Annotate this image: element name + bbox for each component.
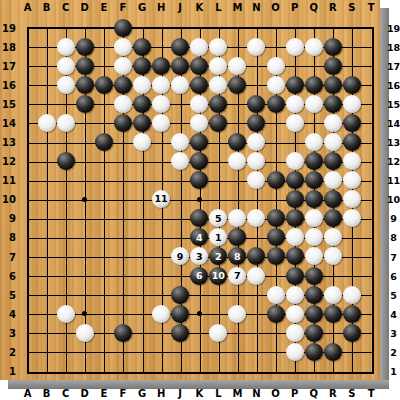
white-stone — [324, 247, 342, 265]
black-stone — [267, 247, 285, 265]
move-number: 4 — [196, 233, 203, 243]
row-label-left: 8 — [2, 232, 16, 243]
white-stone — [133, 76, 151, 94]
black-stone — [171, 57, 189, 75]
white-stone — [152, 305, 170, 323]
column-label-top: H — [157, 2, 165, 13]
hoshi-point — [197, 197, 202, 202]
row-label-right: 15 — [387, 98, 400, 109]
white-stone — [343, 152, 361, 170]
white-stone — [286, 305, 304, 323]
white-stone — [305, 95, 323, 113]
white-stone — [57, 76, 75, 94]
black-stone — [95, 133, 113, 151]
black-stone — [114, 324, 132, 342]
white-stone — [247, 209, 265, 227]
row-label-left: 18 — [2, 41, 16, 52]
white-stone — [267, 76, 285, 94]
column-label-top: E — [100, 2, 107, 13]
white-stone — [171, 76, 189, 94]
row-label-left: 14 — [2, 117, 16, 128]
row-label-right: 10 — [387, 194, 400, 205]
white-stone — [286, 286, 304, 304]
white-stone — [38, 114, 56, 132]
row-label-right: 8 — [387, 232, 400, 243]
black-stone — [95, 76, 113, 94]
row-label-right: 4 — [387, 308, 400, 319]
white-stone — [324, 171, 342, 189]
black-stone — [343, 133, 361, 151]
black-stone — [305, 324, 323, 342]
row-label-right: 9 — [387, 213, 400, 224]
black-stone — [133, 57, 151, 75]
black-stone — [343, 114, 361, 132]
black-stone — [267, 95, 285, 113]
white-stone — [286, 38, 304, 56]
white-stone — [267, 286, 285, 304]
column-label-bottom: S — [348, 388, 355, 399]
column-label-bottom: D — [81, 388, 89, 399]
white-stone — [286, 114, 304, 132]
white-stone: 7 — [228, 267, 246, 285]
row-label-right: 3 — [387, 327, 400, 338]
white-stone — [343, 171, 361, 189]
row-label-right: 14 — [387, 117, 400, 128]
row-label-left: 6 — [2, 270, 16, 281]
white-stone — [171, 152, 189, 170]
move-number: 3 — [196, 252, 203, 262]
black-stone — [190, 57, 208, 75]
black-stone — [305, 286, 323, 304]
black-stone — [343, 324, 361, 342]
black-stone — [343, 305, 361, 323]
row-label-right: 16 — [387, 79, 400, 90]
black-stone: 2 — [209, 247, 227, 265]
hoshi-point — [82, 197, 87, 202]
black-stone — [305, 190, 323, 208]
column-label-top: Q — [310, 2, 319, 13]
white-stone — [190, 114, 208, 132]
row-label-left: 13 — [2, 137, 16, 148]
black-stone — [267, 209, 285, 227]
white-stone — [228, 305, 246, 323]
white-stone — [286, 228, 304, 246]
black-stone — [305, 76, 323, 94]
black-stone — [267, 228, 285, 246]
column-label-top: K — [195, 2, 203, 13]
column-label-top: M — [232, 2, 242, 13]
go-board-screenshot: 1234567891011 AABBCCDDEEFFGGHHJJKKLLMMNN… — [0, 0, 400, 400]
row-label-left: 15 — [2, 98, 16, 109]
black-stone: 4 — [190, 228, 208, 246]
black-stone — [286, 190, 304, 208]
column-label-top: P — [291, 2, 298, 13]
white-stone — [209, 76, 227, 94]
row-label-left: 12 — [2, 156, 16, 167]
column-label-top: N — [252, 2, 260, 13]
column-label-bottom: E — [100, 388, 107, 399]
move-number: 6 — [196, 271, 203, 281]
row-label-left: 7 — [2, 251, 16, 262]
black-stone — [152, 57, 170, 75]
black-stone — [267, 171, 285, 189]
hoshi-point — [197, 311, 202, 316]
black-stone — [171, 38, 189, 56]
black-stone — [324, 95, 342, 113]
white-stone — [305, 228, 323, 246]
black-stone — [171, 305, 189, 323]
column-label-top: T — [368, 2, 375, 13]
white-stone — [57, 38, 75, 56]
white-stone: 5 — [209, 209, 227, 227]
black-stone — [114, 76, 132, 94]
row-label-left: 5 — [2, 289, 16, 300]
black-stone — [190, 133, 208, 151]
black-stone — [171, 286, 189, 304]
column-label-bottom: P — [291, 388, 298, 399]
black-stone — [133, 38, 151, 56]
black-stone — [209, 95, 227, 113]
white-stone — [209, 38, 227, 56]
white-stone — [133, 133, 151, 151]
column-label-bottom: T — [368, 388, 375, 399]
row-label-right: 1 — [387, 366, 400, 377]
white-stone — [247, 171, 265, 189]
black-stone — [209, 114, 227, 132]
black-stone: 6 — [190, 267, 208, 285]
black-stone — [324, 152, 342, 170]
column-label-bottom: Q — [310, 388, 319, 399]
white-stone: 3 — [190, 247, 208, 265]
row-label-right: 2 — [387, 346, 400, 357]
white-stone — [190, 95, 208, 113]
white-stone — [114, 38, 132, 56]
row-label-right: 12 — [387, 156, 400, 167]
black-stone — [228, 76, 246, 94]
black-stone — [76, 38, 94, 56]
white-stone — [152, 114, 170, 132]
move-number: 7 — [234, 271, 241, 281]
move-number: 2 — [215, 252, 222, 262]
column-label-top: L — [215, 2, 221, 13]
white-stone — [228, 209, 246, 227]
column-label-bottom: J — [178, 388, 182, 399]
white-stone — [343, 95, 361, 113]
white-stone — [324, 228, 342, 246]
column-label-bottom: L — [215, 388, 221, 399]
black-stone — [305, 152, 323, 170]
black-stone — [343, 76, 361, 94]
black-stone: 10 — [209, 267, 227, 285]
row-label-left: 17 — [2, 60, 16, 71]
column-label-top: R — [329, 2, 337, 13]
black-stone — [286, 209, 304, 227]
row-label-left: 2 — [2, 346, 16, 357]
row-label-right: 11 — [387, 175, 400, 186]
white-stone — [228, 152, 246, 170]
white-stone — [305, 38, 323, 56]
column-label-top: C — [62, 2, 69, 13]
black-stone — [324, 76, 342, 94]
black-stone — [190, 171, 208, 189]
black-stone — [286, 247, 304, 265]
white-stone — [247, 133, 265, 151]
black-stone — [190, 209, 208, 227]
black-stone — [286, 171, 304, 189]
column-label-bottom: H — [157, 388, 165, 399]
column-label-bottom: F — [120, 388, 127, 399]
black-stone — [114, 19, 132, 37]
black-stone — [324, 190, 342, 208]
white-stone — [228, 57, 246, 75]
black-stone — [324, 305, 342, 323]
column-label-bottom: R — [329, 388, 337, 399]
column-label-bottom: M — [232, 388, 242, 399]
black-stone — [228, 228, 246, 246]
black-stone — [324, 209, 342, 227]
black-stone — [76, 76, 94, 94]
white-stone — [286, 152, 304, 170]
column-label-top: G — [138, 2, 146, 13]
black-stone — [286, 267, 304, 285]
white-stone — [76, 324, 94, 342]
black-stone — [324, 57, 342, 75]
row-label-left: 16 — [2, 79, 16, 90]
column-label-top: S — [348, 2, 355, 13]
row-label-right: 6 — [387, 270, 400, 281]
black-stone — [286, 76, 304, 94]
black-stone — [324, 38, 342, 56]
column-label-top: D — [81, 2, 89, 13]
move-number: 5 — [215, 214, 222, 224]
row-label-left: 4 — [2, 308, 16, 319]
column-label-bottom: G — [138, 388, 146, 399]
move-number: 9 — [177, 252, 184, 262]
row-label-left: 11 — [2, 175, 16, 186]
black-stone — [247, 95, 265, 113]
column-label-top: O — [271, 2, 280, 13]
white-stone — [114, 57, 132, 75]
column-label-bottom: B — [43, 388, 51, 399]
black-stone — [114, 114, 132, 132]
go-board[interactable]: 1234567891011 — [18, 18, 380, 380]
white-stone — [247, 38, 265, 56]
white-stone — [190, 38, 208, 56]
white-stone — [286, 343, 304, 361]
white-stone — [305, 209, 323, 227]
white-stone — [152, 76, 170, 94]
black-stone — [267, 305, 285, 323]
move-number: 10 — [212, 271, 225, 281]
row-label-right: 17 — [387, 60, 400, 71]
black-stone — [171, 324, 189, 342]
white-stone — [247, 152, 265, 170]
white-stone: 1 — [209, 228, 227, 246]
white-stone — [247, 267, 265, 285]
white-stone — [57, 305, 75, 323]
black-stone — [247, 247, 265, 265]
black-stone: 8 — [228, 247, 246, 265]
move-number: 1 — [215, 233, 222, 243]
white-stone — [57, 57, 75, 75]
hoshi-point — [82, 311, 87, 316]
move-number: 11 — [154, 194, 167, 204]
white-stone — [152, 95, 170, 113]
row-label-left: 19 — [2, 22, 16, 33]
white-stone — [209, 57, 227, 75]
column-label-top: F — [120, 2, 127, 13]
row-label-right: 18 — [387, 41, 400, 52]
row-label-right: 13 — [387, 137, 400, 148]
black-stone — [305, 171, 323, 189]
move-number: 8 — [234, 252, 241, 262]
column-label-bottom: O — [271, 388, 280, 399]
black-stone — [57, 152, 75, 170]
white-stone — [57, 114, 75, 132]
black-stone — [324, 343, 342, 361]
white-stone — [324, 114, 342, 132]
row-label-right: 19 — [387, 22, 400, 33]
row-label-left: 1 — [2, 366, 16, 377]
black-stone — [247, 114, 265, 132]
column-label-top: J — [178, 2, 182, 13]
row-label-left: 10 — [2, 194, 16, 205]
white-stone — [324, 133, 342, 151]
white-stone — [286, 95, 304, 113]
black-stone — [190, 152, 208, 170]
white-stone — [343, 190, 361, 208]
white-stone — [324, 286, 342, 304]
black-stone — [305, 305, 323, 323]
white-stone — [343, 286, 361, 304]
black-stone — [228, 133, 246, 151]
white-stone — [286, 324, 304, 342]
white-stone — [305, 133, 323, 151]
white-stone — [171, 133, 189, 151]
column-label-top: B — [43, 2, 51, 13]
white-stone — [267, 57, 285, 75]
white-stone — [305, 247, 323, 265]
row-label-left: 9 — [2, 213, 16, 224]
black-stone — [133, 114, 151, 132]
black-stone — [76, 95, 94, 113]
white-stone: 11 — [152, 190, 170, 208]
column-label-bottom: A — [24, 388, 32, 399]
row-label-right: 5 — [387, 289, 400, 300]
white-stone — [209, 324, 227, 342]
column-label-bottom: C — [62, 388, 69, 399]
row-label-left: 3 — [2, 327, 16, 338]
black-stone — [76, 57, 94, 75]
row-label-right: 7 — [387, 251, 400, 262]
black-stone — [305, 267, 323, 285]
column-label-bottom: N — [252, 388, 260, 399]
black-stone — [305, 343, 323, 361]
black-stone — [190, 76, 208, 94]
column-label-bottom: K — [195, 388, 203, 399]
white-stone: 9 — [171, 247, 189, 265]
white-stone — [114, 95, 132, 113]
column-label-top: A — [24, 2, 32, 13]
black-stone — [133, 95, 151, 113]
white-stone — [343, 209, 361, 227]
